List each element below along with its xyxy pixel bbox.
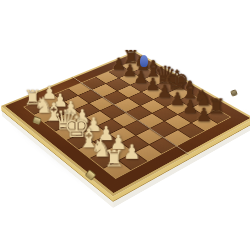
black-pawn: ♟: [140, 76, 165, 93]
product-photo: ♜♞♝♛♚♝♞♜♟♟♟♟♟♟♟♟♟♟♟♟♟♟♟♟♜♞♝♛♚♝♞♜: [0, 0, 250, 250]
white-rook: ♜: [100, 147, 130, 171]
white-pawn: ♟: [117, 142, 146, 162]
black-king: ♚: [165, 68, 190, 95]
black-pawn: ♟: [107, 56, 131, 72]
white-bishop: ♝: [75, 125, 103, 151]
black-bishop: ♝: [177, 78, 202, 101]
black-pawn: ♟: [129, 69, 153, 86]
blue-object: [140, 55, 148, 67]
scene: ♜♞♝♛♚♝♞♜♟♟♟♟♟♟♟♟♟♟♟♟♟♟♟♟♜♞♝♛♚♝♞♜: [0, 0, 250, 250]
black-pawn: ♟: [118, 62, 142, 79]
black-pawn: ♟: [164, 90, 190, 108]
black-rook: ♜: [119, 48, 142, 67]
